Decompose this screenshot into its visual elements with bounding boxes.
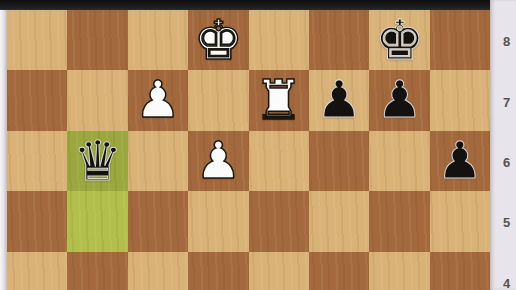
rank-label-7: 7 (503, 94, 510, 112)
rank-label-6: 6 (503, 154, 510, 172)
square-f7[interactable]: ♟ (309, 70, 369, 130)
square-d7[interactable] (188, 70, 248, 130)
square-f6[interactable] (309, 131, 369, 191)
square-g5[interactable] (369, 191, 429, 251)
square-a4[interactable] (7, 252, 67, 290)
square-a7[interactable] (7, 70, 67, 130)
square-c7[interactable]: ♟ (128, 70, 188, 130)
square-h6[interactable]: ♟ (430, 131, 490, 191)
black-king-g8[interactable]: ♚ (369, 10, 429, 70)
square-c5[interactable] (128, 191, 188, 251)
chess-board[interactable]: ♚♚♟♜♟♟♛♟♟ (7, 10, 490, 290)
square-b6[interactable]: ♛ (67, 131, 127, 191)
square-a8[interactable] (7, 10, 67, 70)
black-pawn-h6[interactable]: ♟ (430, 131, 490, 191)
black-pawn-f7[interactable]: ♟ (309, 70, 369, 130)
square-g8[interactable]: ♚ (369, 10, 429, 70)
square-f8[interactable] (309, 10, 369, 70)
chessboard-viewport: ♚♚♟♜♟♟♛♟♟ 87654 (0, 0, 516, 290)
rank-label-5: 5 (503, 214, 510, 232)
square-c4[interactable] (128, 252, 188, 290)
square-g6[interactable] (369, 131, 429, 191)
rank-coordinates-strip: 87654 (490, 0, 516, 290)
square-h4[interactable] (430, 252, 490, 290)
black-queen-b6[interactable]: ♛ (67, 131, 127, 191)
square-g7[interactable]: ♟ (369, 70, 429, 130)
square-h7[interactable] (430, 70, 490, 130)
left-border (0, 10, 7, 290)
square-d6[interactable]: ♟ (188, 131, 248, 191)
square-d5[interactable] (188, 191, 248, 251)
square-b5[interactable] (67, 191, 127, 251)
white-pawn-c7[interactable]: ♟ (128, 70, 188, 130)
square-e4[interactable] (249, 252, 309, 290)
square-e5[interactable] (249, 191, 309, 251)
square-b4[interactable] (67, 252, 127, 290)
square-f5[interactable] (309, 191, 369, 251)
square-g4[interactable] (369, 252, 429, 290)
square-b8[interactable] (67, 10, 127, 70)
square-f4[interactable] (309, 252, 369, 290)
square-c8[interactable] (128, 10, 188, 70)
square-a5[interactable] (7, 191, 67, 251)
square-e6[interactable] (249, 131, 309, 191)
square-d8[interactable]: ♚ (188, 10, 248, 70)
square-e7[interactable]: ♜ (249, 70, 309, 130)
white-pawn-d6[interactable]: ♟ (188, 131, 248, 191)
square-h8[interactable] (430, 10, 490, 70)
square-b7[interactable] (67, 70, 127, 130)
white-rook-e7[interactable]: ♜ (249, 70, 309, 130)
square-c6[interactable] (128, 131, 188, 191)
square-e8[interactable] (249, 10, 309, 70)
white-king-d8[interactable]: ♚ (188, 10, 248, 70)
square-d4[interactable] (188, 252, 248, 290)
square-h5[interactable] (430, 191, 490, 251)
rank-label-8: 8 (503, 33, 510, 51)
top-border (0, 0, 490, 10)
black-pawn-g7[interactable]: ♟ (369, 70, 429, 130)
rank-label-4: 4 (503, 275, 510, 290)
square-a6[interactable] (7, 131, 67, 191)
